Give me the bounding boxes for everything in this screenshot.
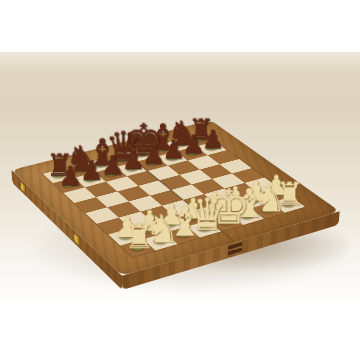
product-photo: ♜♞♝♛♚♝♞♜♟♟♟♟♟♟♟♟♟♟♟♟♟♟♟♟♜♞♝♛♚♝♞♜ xyxy=(0,0,360,360)
piece-black-pawn[interactable]: ♟ xyxy=(40,167,100,187)
square-a7[interactable]: ♟ xyxy=(53,178,85,193)
square-a1[interactable]: ♜ xyxy=(120,239,155,257)
piece-white-rook[interactable]: ♜ xyxy=(107,225,172,250)
fold-seam-notch xyxy=(228,242,243,250)
brass-clasp-icon xyxy=(20,182,25,193)
brass-clasp-icon xyxy=(74,234,79,246)
